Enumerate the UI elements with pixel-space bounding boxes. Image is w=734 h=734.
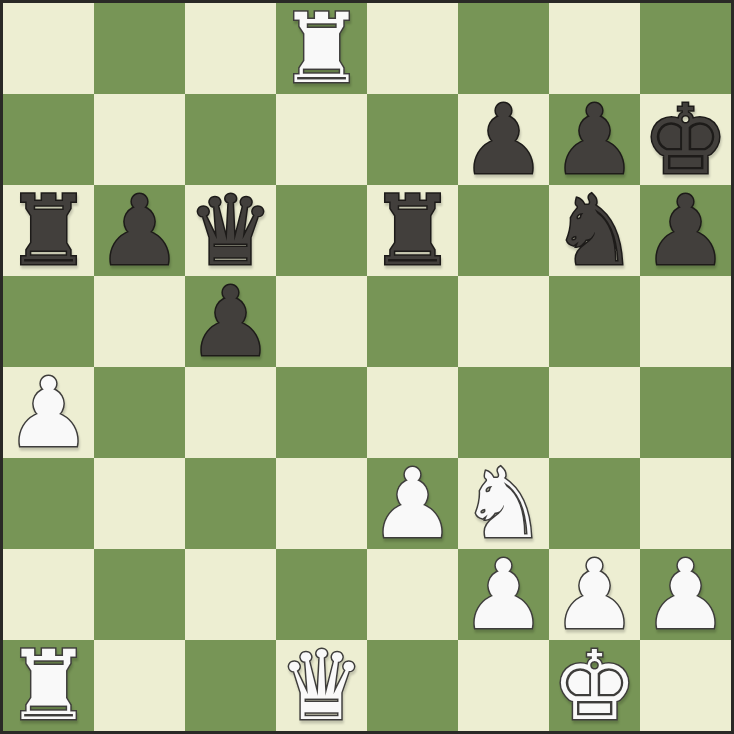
square-h2[interactable]: ♟ bbox=[640, 549, 731, 640]
square-b5[interactable] bbox=[94, 276, 185, 367]
square-a5[interactable] bbox=[3, 276, 94, 367]
piece-black-rook[interactable]: ♜ bbox=[369, 186, 455, 277]
square-h5[interactable] bbox=[640, 276, 731, 367]
square-c4[interactable] bbox=[185, 367, 276, 458]
square-b7[interactable] bbox=[94, 94, 185, 185]
piece-black-pawn[interactable]: ♟ bbox=[96, 186, 182, 277]
piece-black-pawn[interactable]: ♟ bbox=[551, 95, 637, 186]
square-e6[interactable]: ♜ bbox=[367, 185, 458, 276]
square-c7[interactable] bbox=[185, 94, 276, 185]
square-d8[interactable]: ♜ bbox=[276, 3, 367, 94]
square-f7[interactable]: ♟ bbox=[458, 94, 549, 185]
square-c2[interactable] bbox=[185, 549, 276, 640]
square-c1[interactable] bbox=[185, 640, 276, 731]
piece-black-pawn[interactable]: ♟ bbox=[187, 277, 273, 368]
square-h4[interactable] bbox=[640, 367, 731, 458]
piece-black-queen[interactable]: ♛ bbox=[187, 186, 273, 277]
square-f3[interactable]: ♞ bbox=[458, 458, 549, 549]
square-d2[interactable] bbox=[276, 549, 367, 640]
piece-black-knight[interactable]: ♞ bbox=[551, 186, 637, 277]
chess-board: ♜♟♟♚♜♟♛♜♞♟♟♟♟♞♟♟♟♜♛♚ bbox=[3, 3, 731, 731]
square-e8[interactable] bbox=[367, 3, 458, 94]
square-a1[interactable]: ♜ bbox=[3, 640, 94, 731]
square-h6[interactable]: ♟ bbox=[640, 185, 731, 276]
square-e5[interactable] bbox=[367, 276, 458, 367]
square-g8[interactable] bbox=[549, 3, 640, 94]
square-g6[interactable]: ♞ bbox=[549, 185, 640, 276]
square-g7[interactable]: ♟ bbox=[549, 94, 640, 185]
square-b4[interactable] bbox=[94, 367, 185, 458]
square-e2[interactable] bbox=[367, 549, 458, 640]
square-h7[interactable]: ♚ bbox=[640, 94, 731, 185]
piece-white-rook[interactable]: ♜ bbox=[278, 4, 364, 95]
piece-white-pawn[interactable]: ♟ bbox=[369, 459, 455, 550]
piece-white-pawn[interactable]: ♟ bbox=[642, 550, 728, 641]
square-f1[interactable] bbox=[458, 640, 549, 731]
square-e3[interactable]: ♟ bbox=[367, 458, 458, 549]
piece-white-pawn[interactable]: ♟ bbox=[551, 550, 637, 641]
square-h1[interactable] bbox=[640, 640, 731, 731]
square-g2[interactable]: ♟ bbox=[549, 549, 640, 640]
piece-black-pawn[interactable]: ♟ bbox=[460, 95, 546, 186]
square-d3[interactable] bbox=[276, 458, 367, 549]
square-d6[interactable] bbox=[276, 185, 367, 276]
square-c5[interactable]: ♟ bbox=[185, 276, 276, 367]
square-h3[interactable] bbox=[640, 458, 731, 549]
chess-board-frame: ♜♟♟♚♜♟♛♜♞♟♟♟♟♞♟♟♟♜♛♚ bbox=[0, 0, 734, 734]
square-g5[interactable] bbox=[549, 276, 640, 367]
square-f4[interactable] bbox=[458, 367, 549, 458]
square-g1[interactable]: ♚ bbox=[549, 640, 640, 731]
square-d4[interactable] bbox=[276, 367, 367, 458]
square-e1[interactable] bbox=[367, 640, 458, 731]
square-b3[interactable] bbox=[94, 458, 185, 549]
square-f5[interactable] bbox=[458, 276, 549, 367]
piece-black-rook[interactable]: ♜ bbox=[5, 186, 91, 277]
square-a8[interactable] bbox=[3, 3, 94, 94]
square-d1[interactable]: ♛ bbox=[276, 640, 367, 731]
square-f6[interactable] bbox=[458, 185, 549, 276]
square-a7[interactable] bbox=[3, 94, 94, 185]
square-f8[interactable] bbox=[458, 3, 549, 94]
square-a3[interactable] bbox=[3, 458, 94, 549]
square-e4[interactable] bbox=[367, 367, 458, 458]
square-c6[interactable]: ♛ bbox=[185, 185, 276, 276]
square-e7[interactable] bbox=[367, 94, 458, 185]
piece-white-pawn[interactable]: ♟ bbox=[5, 368, 91, 459]
square-c8[interactable] bbox=[185, 3, 276, 94]
square-b6[interactable]: ♟ bbox=[94, 185, 185, 276]
square-g3[interactable] bbox=[549, 458, 640, 549]
square-a6[interactable]: ♜ bbox=[3, 185, 94, 276]
piece-black-pawn[interactable]: ♟ bbox=[642, 186, 728, 277]
square-b2[interactable] bbox=[94, 549, 185, 640]
piece-white-rook[interactable]: ♜ bbox=[5, 641, 91, 732]
square-f2[interactable]: ♟ bbox=[458, 549, 549, 640]
piece-white-king[interactable]: ♚ bbox=[551, 641, 637, 732]
piece-white-queen[interactable]: ♛ bbox=[278, 641, 364, 732]
square-g4[interactable] bbox=[549, 367, 640, 458]
square-c3[interactable] bbox=[185, 458, 276, 549]
piece-white-knight[interactable]: ♞ bbox=[460, 459, 546, 550]
piece-black-king[interactable]: ♚ bbox=[642, 95, 728, 186]
square-b8[interactable] bbox=[94, 3, 185, 94]
square-d5[interactable] bbox=[276, 276, 367, 367]
square-d7[interactable] bbox=[276, 94, 367, 185]
piece-white-pawn[interactable]: ♟ bbox=[460, 550, 546, 641]
square-h8[interactable] bbox=[640, 3, 731, 94]
square-a2[interactable] bbox=[3, 549, 94, 640]
square-a4[interactable]: ♟ bbox=[3, 367, 94, 458]
square-b1[interactable] bbox=[94, 640, 185, 731]
